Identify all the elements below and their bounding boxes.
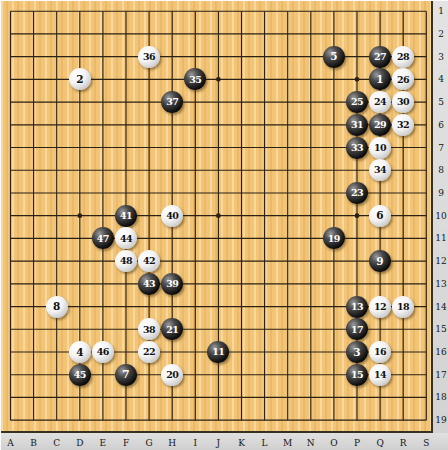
- board-cell[interactable]: [184, 250, 207, 273]
- board-cell[interactable]: [207, 113, 230, 136]
- board-cell[interactable]: [138, 409, 161, 432]
- board-cell[interactable]: [299, 23, 322, 46]
- board-cell[interactable]: [184, 182, 207, 205]
- board-cell[interactable]: [322, 272, 345, 295]
- board-cell[interactable]: [68, 318, 91, 341]
- board-cell[interactable]: [91, 159, 114, 182]
- board-cell[interactable]: [114, 68, 137, 91]
- board-cell[interactable]: [392, 1, 415, 23]
- board-cell[interactable]: [345, 250, 368, 273]
- board-cell[interactable]: [22, 363, 45, 386]
- stone-white[interactable]: 2: [69, 68, 91, 90]
- board-cell[interactable]: [230, 250, 253, 273]
- board-cell[interactable]: [276, 272, 299, 295]
- board-cell[interactable]: [68, 136, 91, 159]
- board-cell[interactable]: [1, 318, 22, 341]
- board-cell[interactable]: [415, 386, 433, 409]
- stone-black[interactable]: 19: [323, 227, 345, 249]
- board-cell[interactable]: [1, 182, 22, 205]
- board-cell[interactable]: [276, 250, 299, 273]
- board-cell[interactable]: 39: [161, 272, 184, 295]
- stone-white[interactable]: 48: [115, 250, 137, 272]
- board-cell[interactable]: [322, 409, 345, 432]
- board-cell[interactable]: [45, 363, 68, 386]
- board-cell[interactable]: [415, 182, 433, 205]
- board-cell[interactable]: [415, 363, 433, 386]
- board-cell[interactable]: [368, 1, 391, 23]
- stone-white[interactable]: 24: [369, 91, 391, 113]
- board-cell[interactable]: [299, 363, 322, 386]
- board-cell[interactable]: [45, 409, 68, 432]
- board-cell[interactable]: [22, 136, 45, 159]
- board-cell[interactable]: [1, 272, 22, 295]
- board-cell[interactable]: 33: [345, 136, 368, 159]
- stone-black[interactable]: 1: [369, 68, 391, 90]
- board-cell[interactable]: [253, 91, 276, 114]
- board-cell[interactable]: 14: [368, 363, 391, 386]
- board-cell[interactable]: [415, 91, 433, 114]
- board-cell[interactable]: [91, 68, 114, 91]
- board-cell[interactable]: [1, 363, 22, 386]
- board-cell[interactable]: [253, 113, 276, 136]
- board-cell[interactable]: [1, 159, 22, 182]
- board-cell[interactable]: [392, 227, 415, 250]
- board-cell[interactable]: [253, 182, 276, 205]
- board-cell[interactable]: [299, 45, 322, 68]
- board-cell[interactable]: [322, 363, 345, 386]
- board-cell[interactable]: [1, 68, 22, 91]
- board-cell[interactable]: [1, 204, 22, 227]
- board-cell[interactable]: [161, 409, 184, 432]
- board-cell[interactable]: [91, 386, 114, 409]
- stone-white[interactable]: 34: [369, 159, 391, 181]
- board-cell[interactable]: [415, 272, 433, 295]
- board-cell[interactable]: [45, 23, 68, 46]
- stone-black[interactable]: 47: [92, 227, 114, 249]
- board-cell[interactable]: [91, 45, 114, 68]
- board-cell[interactable]: 35: [184, 68, 207, 91]
- board-cell[interactable]: 10: [368, 136, 391, 159]
- board-cell[interactable]: [184, 386, 207, 409]
- board-cell[interactable]: [415, 1, 433, 23]
- board-cell[interactable]: [415, 250, 433, 273]
- board-cell[interactable]: [45, 250, 68, 273]
- board-cell[interactable]: [230, 91, 253, 114]
- stone-black[interactable]: 39: [161, 273, 183, 295]
- board-cell[interactable]: [184, 363, 207, 386]
- board-cell[interactable]: [184, 227, 207, 250]
- board-cell[interactable]: [322, 91, 345, 114]
- board-cell[interactable]: [161, 113, 184, 136]
- board-cell[interactable]: [299, 318, 322, 341]
- board-cell[interactable]: [1, 341, 22, 364]
- board-cell[interactable]: [138, 159, 161, 182]
- stone-black[interactable]: 25: [346, 91, 368, 113]
- board-cell[interactable]: [230, 295, 253, 318]
- board-cell[interactable]: [322, 113, 345, 136]
- board-cell[interactable]: [22, 23, 45, 46]
- board-cell[interactable]: [392, 182, 415, 205]
- stone-black[interactable]: 23: [346, 182, 368, 204]
- board-cell[interactable]: [184, 1, 207, 23]
- stone-white[interactable]: 22: [138, 341, 160, 363]
- board-cell[interactable]: [45, 386, 68, 409]
- board-cell[interactable]: [345, 159, 368, 182]
- board-cell[interactable]: [138, 136, 161, 159]
- board-cell[interactable]: [392, 250, 415, 273]
- board-cell[interactable]: [138, 295, 161, 318]
- board-cell[interactable]: [22, 204, 45, 227]
- board-cell[interactable]: [276, 204, 299, 227]
- board-cell[interactable]: [299, 1, 322, 23]
- board-cell[interactable]: 16: [368, 341, 391, 364]
- board-cell[interactable]: [161, 45, 184, 68]
- board-cell[interactable]: 21: [161, 318, 184, 341]
- board-cell[interactable]: 1: [368, 68, 391, 91]
- stone-white[interactable]: 6: [369, 205, 391, 227]
- board-cell[interactable]: [230, 409, 253, 432]
- board-cell[interactable]: [161, 227, 184, 250]
- board-cell[interactable]: [322, 136, 345, 159]
- board-cell[interactable]: [207, 159, 230, 182]
- stone-black[interactable]: 43: [138, 273, 160, 295]
- board-cell[interactable]: [207, 272, 230, 295]
- board-cell[interactable]: [276, 318, 299, 341]
- board-cell[interactable]: 37: [161, 91, 184, 114]
- board-cell[interactable]: [253, 272, 276, 295]
- board-cell[interactable]: [392, 23, 415, 46]
- board-cell[interactable]: [184, 136, 207, 159]
- board-cell[interactable]: [392, 272, 415, 295]
- board-cell[interactable]: [184, 113, 207, 136]
- stone-white[interactable]: 28: [392, 46, 414, 68]
- board-cell[interactable]: 36: [138, 45, 161, 68]
- board-cell[interactable]: [91, 136, 114, 159]
- board-cell[interactable]: [253, 204, 276, 227]
- board-cell[interactable]: [368, 272, 391, 295]
- board-cell[interactable]: [230, 68, 253, 91]
- board-cell[interactable]: [276, 91, 299, 114]
- board-cell[interactable]: [138, 91, 161, 114]
- board-cell[interactable]: [230, 318, 253, 341]
- board-cell[interactable]: [91, 295, 114, 318]
- board-cell[interactable]: [68, 1, 91, 23]
- board-cell[interactable]: [322, 250, 345, 273]
- board-cell[interactable]: [299, 409, 322, 432]
- board-cell[interactable]: [207, 227, 230, 250]
- board-cell[interactable]: 48: [114, 250, 137, 273]
- board-cell[interactable]: [22, 182, 45, 205]
- board-cell[interactable]: [207, 409, 230, 432]
- board-cell[interactable]: [138, 23, 161, 46]
- stone-black[interactable]: 37: [161, 91, 183, 113]
- board-cell[interactable]: [392, 159, 415, 182]
- stone-white[interactable]: 42: [138, 250, 160, 272]
- board-cell[interactable]: [22, 45, 45, 68]
- board-cell[interactable]: [276, 136, 299, 159]
- board-cell[interactable]: [91, 23, 114, 46]
- stone-black[interactable]: 35: [184, 68, 206, 90]
- board-cell[interactable]: [276, 113, 299, 136]
- board-cell[interactable]: [68, 295, 91, 318]
- board-cell[interactable]: [299, 250, 322, 273]
- board-cell[interactable]: 42: [138, 250, 161, 273]
- board-cell[interactable]: [276, 23, 299, 46]
- stone-black[interactable]: 41: [115, 205, 137, 227]
- board-cell[interactable]: 23: [345, 182, 368, 205]
- stone-white[interactable]: 14: [369, 364, 391, 386]
- board-cell[interactable]: [68, 113, 91, 136]
- board-cell[interactable]: [276, 363, 299, 386]
- board-cell[interactable]: 32: [392, 113, 415, 136]
- board-cell[interactable]: [299, 136, 322, 159]
- board-cell[interactable]: [22, 68, 45, 91]
- stone-white[interactable]: 20: [161, 364, 183, 386]
- board-cell[interactable]: [207, 91, 230, 114]
- board-cell[interactable]: [253, 363, 276, 386]
- board-cell[interactable]: [230, 113, 253, 136]
- board-cell[interactable]: 9: [368, 250, 391, 273]
- board-cell[interactable]: [276, 295, 299, 318]
- board-cell[interactable]: [114, 113, 137, 136]
- board-cell[interactable]: [230, 341, 253, 364]
- board-cell[interactable]: [322, 386, 345, 409]
- board-cell[interactable]: [184, 45, 207, 68]
- board-cell[interactable]: [253, 250, 276, 273]
- board-cell[interactable]: [184, 341, 207, 364]
- board-cell[interactable]: [207, 136, 230, 159]
- board-cell[interactable]: [138, 113, 161, 136]
- board-cell[interactable]: [253, 386, 276, 409]
- board-cell[interactable]: [276, 227, 299, 250]
- board-cell[interactable]: [322, 1, 345, 23]
- board-cell[interactable]: [230, 136, 253, 159]
- board-cell[interactable]: [392, 136, 415, 159]
- board-cell[interactable]: 12: [368, 295, 391, 318]
- board-cell[interactable]: [22, 250, 45, 273]
- board-cell[interactable]: [299, 113, 322, 136]
- board-cell[interactable]: [322, 23, 345, 46]
- board-cell[interactable]: [68, 159, 91, 182]
- stone-white[interactable]: 12: [369, 296, 391, 318]
- board-cell[interactable]: [1, 227, 22, 250]
- board-cell[interactable]: [345, 409, 368, 432]
- board-cell[interactable]: [230, 272, 253, 295]
- stone-black[interactable]: 13: [346, 296, 368, 318]
- board-cell[interactable]: [1, 136, 22, 159]
- board-cell[interactable]: [276, 386, 299, 409]
- board-cell[interactable]: [45, 68, 68, 91]
- board-cell[interactable]: [415, 318, 433, 341]
- board-cell[interactable]: [22, 341, 45, 364]
- board-cell[interactable]: [415, 341, 433, 364]
- board-cell[interactable]: [207, 45, 230, 68]
- board-cell[interactable]: [184, 23, 207, 46]
- board-cell[interactable]: [161, 68, 184, 91]
- board-cell[interactable]: [230, 1, 253, 23]
- board-cell[interactable]: [276, 182, 299, 205]
- board-cell[interactable]: [322, 341, 345, 364]
- board-cell[interactable]: [91, 363, 114, 386]
- board-cell[interactable]: [230, 204, 253, 227]
- board-cell[interactable]: [91, 182, 114, 205]
- board-cell[interactable]: [45, 318, 68, 341]
- stone-white[interactable]: 36: [138, 46, 160, 68]
- stone-black[interactable]: 15: [346, 364, 368, 386]
- board-cell[interactable]: [368, 386, 391, 409]
- board-cell[interactable]: [68, 250, 91, 273]
- board-cell[interactable]: [22, 318, 45, 341]
- board-cell[interactable]: [322, 182, 345, 205]
- board-cell[interactable]: [1, 23, 22, 46]
- board-cell[interactable]: 34: [368, 159, 391, 182]
- stone-white[interactable]: 46: [92, 341, 114, 363]
- board-cell[interactable]: [276, 341, 299, 364]
- board-cell[interactable]: [138, 1, 161, 23]
- board-cell[interactable]: [161, 182, 184, 205]
- board-cell[interactable]: [22, 409, 45, 432]
- board-cell[interactable]: [1, 1, 22, 23]
- board-cell[interactable]: [68, 272, 91, 295]
- stone-white[interactable]: 4: [69, 341, 91, 363]
- board-cell[interactable]: [45, 45, 68, 68]
- board-cell[interactable]: [207, 250, 230, 273]
- board-cell[interactable]: 2: [68, 68, 91, 91]
- board-cell[interactable]: 38: [138, 318, 161, 341]
- board-cell[interactable]: [299, 341, 322, 364]
- board-cell[interactable]: 44: [114, 227, 137, 250]
- board-cell[interactable]: [207, 182, 230, 205]
- board-cell[interactable]: [253, 1, 276, 23]
- board-cell[interactable]: [415, 45, 433, 68]
- board-cell[interactable]: [91, 272, 114, 295]
- board-cell[interactable]: [184, 272, 207, 295]
- board-cell[interactable]: [415, 204, 433, 227]
- stone-black[interactable]: 11: [207, 341, 229, 363]
- board-cell[interactable]: [345, 386, 368, 409]
- board-cell[interactable]: [415, 295, 433, 318]
- board-cell[interactable]: 7: [114, 363, 137, 386]
- stone-black[interactable]: 21: [161, 318, 183, 340]
- board-cell[interactable]: 4: [68, 341, 91, 364]
- board-cell[interactable]: [392, 363, 415, 386]
- board-cell[interactable]: 41: [114, 204, 137, 227]
- board-cell[interactable]: [299, 227, 322, 250]
- board-cell[interactable]: [1, 250, 22, 273]
- board-cell[interactable]: [322, 68, 345, 91]
- board-cell[interactable]: [207, 318, 230, 341]
- board-cell[interactable]: [68, 23, 91, 46]
- board-cell[interactable]: [299, 204, 322, 227]
- board-cell[interactable]: [68, 409, 91, 432]
- board-cell[interactable]: [1, 45, 22, 68]
- board-cell[interactable]: [253, 23, 276, 46]
- board-cell[interactable]: [230, 182, 253, 205]
- board-cell[interactable]: 22: [138, 341, 161, 364]
- board-cell[interactable]: [22, 159, 45, 182]
- board-cell[interactable]: [138, 182, 161, 205]
- board-cell[interactable]: [184, 409, 207, 432]
- board-cell[interactable]: [22, 386, 45, 409]
- board-cell[interactable]: [253, 68, 276, 91]
- board-cell[interactable]: [276, 45, 299, 68]
- board-cell[interactable]: [1, 386, 22, 409]
- board-cell[interactable]: [161, 386, 184, 409]
- stone-white[interactable]: 40: [161, 205, 183, 227]
- board-cell[interactable]: [345, 68, 368, 91]
- board-cell[interactable]: [1, 409, 22, 432]
- board-cell[interactable]: [184, 204, 207, 227]
- board-cell[interactable]: [415, 159, 433, 182]
- board-cell[interactable]: [68, 204, 91, 227]
- stone-black[interactable]: 9: [369, 250, 391, 272]
- board-cell[interactable]: [91, 318, 114, 341]
- board-cell[interactable]: [207, 23, 230, 46]
- board-cell[interactable]: [230, 159, 253, 182]
- board-cell[interactable]: [253, 227, 276, 250]
- board-cell[interactable]: [114, 409, 137, 432]
- board-cell[interactable]: [68, 227, 91, 250]
- board-cell[interactable]: [368, 182, 391, 205]
- board-cell[interactable]: [368, 318, 391, 341]
- board-cell[interactable]: [207, 363, 230, 386]
- board-cell[interactable]: [114, 272, 137, 295]
- board-cell[interactable]: 13: [345, 295, 368, 318]
- board-cell[interactable]: [299, 386, 322, 409]
- board-cell[interactable]: [22, 295, 45, 318]
- board-cell[interactable]: [415, 23, 433, 46]
- board-cell[interactable]: [299, 91, 322, 114]
- board-cell[interactable]: [138, 363, 161, 386]
- board-cell[interactable]: [114, 159, 137, 182]
- board-cell[interactable]: [68, 91, 91, 114]
- board-cell[interactable]: [322, 159, 345, 182]
- board-cell[interactable]: [392, 204, 415, 227]
- board-cell[interactable]: [207, 295, 230, 318]
- board-cell[interactable]: 24: [368, 91, 391, 114]
- stone-white[interactable]: 18: [392, 296, 414, 318]
- stone-white[interactable]: 10: [369, 137, 391, 159]
- board-cell[interactable]: [253, 341, 276, 364]
- board-cell[interactable]: [207, 386, 230, 409]
- board-cell[interactable]: [276, 1, 299, 23]
- board-cell[interactable]: [114, 23, 137, 46]
- board-cell[interactable]: [114, 1, 137, 23]
- board-cell[interactable]: 40: [161, 204, 184, 227]
- board-cell[interactable]: [322, 204, 345, 227]
- board-cell[interactable]: 28: [392, 45, 415, 68]
- board-cell[interactable]: 8: [45, 295, 68, 318]
- board-cell[interactable]: [161, 341, 184, 364]
- board-cell[interactable]: [68, 45, 91, 68]
- board-cell[interactable]: [114, 386, 137, 409]
- board-cell[interactable]: 25: [345, 91, 368, 114]
- board-cell[interactable]: [368, 409, 391, 432]
- board-cell[interactable]: [207, 68, 230, 91]
- board-cell[interactable]: [345, 45, 368, 68]
- board-cell[interactable]: [114, 91, 137, 114]
- board-cell[interactable]: [161, 295, 184, 318]
- stone-white[interactable]: 44: [115, 227, 137, 249]
- board-cell[interactable]: 27: [368, 45, 391, 68]
- board-cell[interactable]: 17: [345, 318, 368, 341]
- board-cell[interactable]: [68, 182, 91, 205]
- board-cell[interactable]: [161, 250, 184, 273]
- board-cell[interactable]: [45, 1, 68, 23]
- board-cell[interactable]: 26: [392, 68, 415, 91]
- board-cell[interactable]: [345, 272, 368, 295]
- stone-white[interactable]: 38: [138, 318, 160, 340]
